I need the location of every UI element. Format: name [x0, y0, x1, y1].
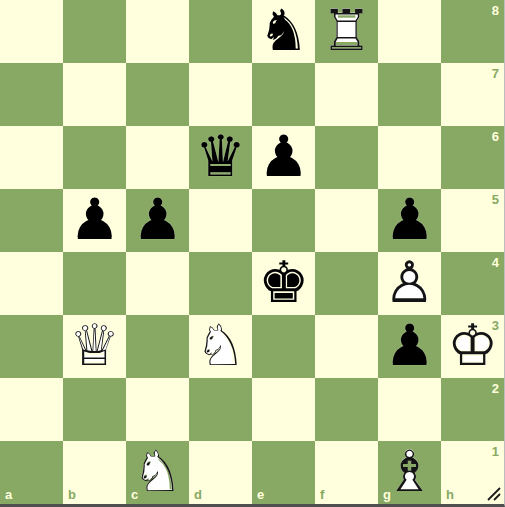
piece-white-queen[interactable]: ♛♕ [63, 315, 126, 378]
square-e7[interactable] [252, 63, 315, 126]
square-c6[interactable] [126, 126, 189, 189]
piece-glyph: ♟ [126, 190, 189, 247]
square-g1[interactable]: g♝♗ [378, 441, 441, 504]
square-b7[interactable] [63, 63, 126, 126]
square-f5[interactable] [315, 189, 378, 252]
file-label-e: e [257, 488, 264, 501]
rank-label-4: 4 [492, 256, 499, 269]
square-d4[interactable] [189, 252, 252, 315]
square-a8[interactable] [0, 0, 63, 63]
piece-black-knight[interactable]: ♞ [252, 0, 315, 63]
square-f6[interactable] [315, 126, 378, 189]
square-f4[interactable] [315, 252, 378, 315]
piece-glyph: ♚ [252, 253, 315, 310]
square-h4[interactable]: 4 [441, 252, 504, 315]
piece-black-pawn[interactable]: ♟ [252, 126, 315, 189]
piece-black-pawn[interactable]: ♟ [378, 189, 441, 252]
chess-board: ♞♜♖87♛♟6♟♟♟5♚♟♙4♛♕♞♘♟3♚♔2abc♞♘defg♝♗1h [0, 0, 505, 507]
square-a6[interactable] [0, 126, 63, 189]
piece-white-pawn[interactable]: ♟♙ [378, 252, 441, 315]
square-b4[interactable] [63, 252, 126, 315]
square-d1[interactable]: d [189, 441, 252, 504]
square-b3[interactable]: ♛♕ [63, 315, 126, 378]
piece-black-king[interactable]: ♚ [252, 252, 315, 315]
piece-outline-layer: ♘ [126, 442, 189, 499]
square-c3[interactable] [126, 315, 189, 378]
piece-glyph: ♞ [252, 1, 315, 58]
square-c8[interactable] [126, 0, 189, 63]
piece-outline-layer: ♙ [378, 253, 441, 310]
rank-label-1: 1 [492, 445, 499, 458]
square-g4[interactable]: ♟♙ [378, 252, 441, 315]
piece-glyph: ♟ [63, 190, 126, 247]
square-d5[interactable] [189, 189, 252, 252]
square-h1[interactable]: 1h [441, 441, 504, 504]
piece-white-knight[interactable]: ♞♘ [189, 315, 252, 378]
square-g8[interactable] [378, 0, 441, 63]
square-h6[interactable]: 6 [441, 126, 504, 189]
square-d2[interactable] [189, 378, 252, 441]
square-e1[interactable]: e [252, 441, 315, 504]
square-d8[interactable] [189, 0, 252, 63]
piece-glyph: ♟ [378, 316, 441, 373]
file-label-f: f [320, 488, 324, 501]
rank-label-8: 8 [492, 4, 499, 17]
piece-glyph: ♟ [252, 127, 315, 184]
square-b8[interactable] [63, 0, 126, 63]
square-g6[interactable] [378, 126, 441, 189]
file-label-h: h [446, 488, 454, 501]
square-d7[interactable] [189, 63, 252, 126]
piece-outline-layer: ♕ [63, 316, 126, 373]
square-c7[interactable] [126, 63, 189, 126]
piece-glyph: ♛ [189, 127, 252, 184]
piece-white-rook[interactable]: ♜♖ [315, 0, 378, 63]
square-f2[interactable] [315, 378, 378, 441]
piece-white-king[interactable]: ♚♔ [441, 315, 504, 378]
square-h7[interactable]: 7 [441, 63, 504, 126]
square-c4[interactable] [126, 252, 189, 315]
square-g7[interactable] [378, 63, 441, 126]
piece-outline-layer: ♔ [441, 316, 504, 373]
file-label-b: b [68, 488, 76, 501]
piece-white-bishop[interactable]: ♝♗ [378, 441, 441, 504]
square-b2[interactable] [63, 378, 126, 441]
piece-outline-layer: ♘ [189, 316, 252, 373]
square-e2[interactable] [252, 378, 315, 441]
square-d6[interactable]: ♛ [189, 126, 252, 189]
square-a3[interactable] [0, 315, 63, 378]
square-b5[interactable]: ♟ [63, 189, 126, 252]
square-e6[interactable]: ♟ [252, 126, 315, 189]
square-h8[interactable]: 8 [441, 0, 504, 63]
square-d3[interactable]: ♞♘ [189, 315, 252, 378]
rank-label-6: 6 [492, 130, 499, 143]
square-e3[interactable] [252, 315, 315, 378]
square-g3[interactable]: ♟ [378, 315, 441, 378]
piece-glyph: ♟ [378, 190, 441, 247]
square-c2[interactable] [126, 378, 189, 441]
square-e4[interactable]: ♚ [252, 252, 315, 315]
piece-black-pawn[interactable]: ♟ [63, 189, 126, 252]
square-h3[interactable]: 3♚♔ [441, 315, 504, 378]
square-e8[interactable]: ♞ [252, 0, 315, 63]
square-h2[interactable]: 2 [441, 378, 504, 441]
square-a5[interactable] [0, 189, 63, 252]
resize-handle-icon[interactable] [487, 487, 501, 501]
board-grid: ♞♜♖87♛♟6♟♟♟5♚♟♙4♛♕♞♘♟3♚♔2abc♞♘defg♝♗1h [0, 0, 504, 504]
square-e5[interactable] [252, 189, 315, 252]
piece-outline-layer: ♖ [315, 1, 378, 58]
square-f8[interactable]: ♜♖ [315, 0, 378, 63]
square-g2[interactable] [378, 378, 441, 441]
file-label-d: d [194, 488, 202, 501]
piece-black-pawn[interactable]: ♟ [378, 315, 441, 378]
piece-black-pawn[interactable]: ♟ [126, 189, 189, 252]
piece-white-knight[interactable]: ♞♘ [126, 441, 189, 504]
square-f7[interactable] [315, 63, 378, 126]
square-b1[interactable]: b [63, 441, 126, 504]
square-f3[interactable] [315, 315, 378, 378]
square-a4[interactable] [0, 252, 63, 315]
square-b6[interactable] [63, 126, 126, 189]
square-c5[interactable]: ♟ [126, 189, 189, 252]
rank-label-7: 7 [492, 67, 499, 80]
file-label-a: a [5, 488, 12, 501]
square-a1[interactable]: a [0, 441, 63, 504]
rank-label-5: 5 [492, 193, 499, 206]
rank-label-2: 2 [492, 382, 499, 395]
square-a7[interactable] [0, 63, 63, 126]
square-c1[interactable]: c♞♘ [126, 441, 189, 504]
square-f1[interactable]: f [315, 441, 378, 504]
square-h5[interactable]: 5 [441, 189, 504, 252]
piece-black-queen[interactable]: ♛ [189, 126, 252, 189]
piece-outline-layer: ♗ [378, 442, 441, 499]
square-a2[interactable] [0, 378, 63, 441]
square-g5[interactable]: ♟ [378, 189, 441, 252]
